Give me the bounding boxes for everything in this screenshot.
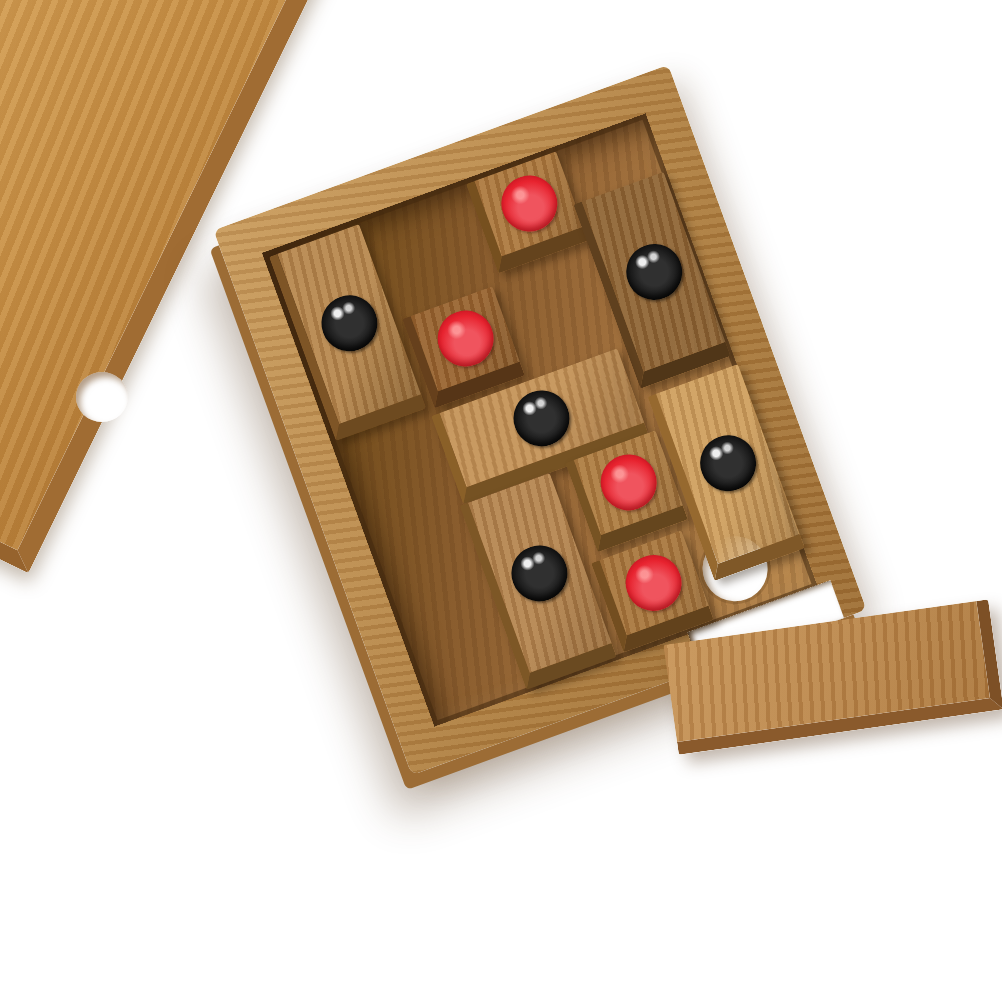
- black-dot-icon: [692, 428, 764, 500]
- red-dot-icon: [429, 303, 501, 375]
- puzzle-tray: [213, 65, 866, 776]
- lid-finger-notch-icon: [76, 372, 128, 422]
- black-dot-icon: [618, 236, 690, 308]
- red-dot-icon: [493, 168, 565, 240]
- black-dot-icon: [504, 537, 576, 609]
- red-dot-icon: [618, 547, 690, 619]
- black-dot-icon: [313, 288, 385, 360]
- product-photo-scene: [0, 0, 1002, 1002]
- black-dot-icon: [506, 382, 578, 454]
- red-dot-icon: [593, 447, 665, 519]
- pieces-layer: [262, 113, 645, 253]
